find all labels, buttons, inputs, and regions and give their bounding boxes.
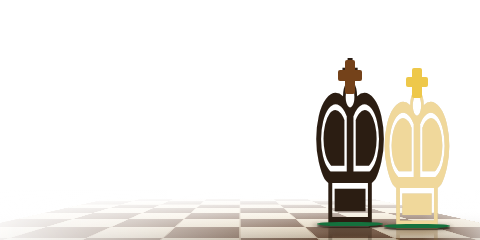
cross-horizontal-bar [338,70,362,81]
scene: ♚ ♚ ♚ ♚ [0,0,480,240]
white-king-felt-base [384,224,450,228]
black-king-felt-base [317,222,383,226]
cross-horizontal-bar [406,77,428,87]
